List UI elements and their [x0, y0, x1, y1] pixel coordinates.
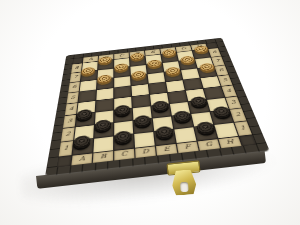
square-d6[interactable]	[131, 74, 148, 85]
dark-piece-d2[interactable]	[134, 115, 151, 128]
file-label-d-bottom: D	[135, 146, 156, 158]
file-label-f-bottom: F	[177, 142, 199, 154]
square-e5[interactable]	[149, 82, 167, 94]
square-c1[interactable]	[114, 134, 134, 150]
square-d2[interactable]	[134, 119, 154, 134]
square-e1[interactable]	[154, 130, 175, 146]
dark-piece-e3[interactable]	[152, 100, 169, 112]
clasp-hole	[180, 182, 189, 193]
square-c6[interactable]	[114, 76, 130, 87]
square-f6[interactable]	[164, 70, 182, 81]
dark-piece-c3[interactable]	[114, 104, 130, 116]
light-piece-b6[interactable]	[97, 74, 112, 84]
corner-cell	[239, 135, 255, 146]
rank-label-3-left: 3	[63, 115, 76, 128]
file-label-c-bottom: C	[114, 149, 134, 161]
rank-label-1-left: 1	[59, 141, 73, 156]
square-h2[interactable]	[211, 110, 233, 124]
square-d1[interactable]	[134, 132, 154, 148]
rank-label-6-right: 6	[215, 65, 229, 75]
square-h6[interactable]	[198, 67, 217, 78]
rank-label-5-left: 5	[67, 92, 79, 104]
square-b1[interactable]	[93, 136, 113, 152]
light-piece-d6[interactable]	[131, 70, 146, 80]
board-grid: ABCDEFGH8877665544332211ABCDEFGH	[57, 43, 256, 167]
light-piece-e7[interactable]	[147, 59, 162, 68]
dark-piece-b2[interactable]	[94, 119, 111, 132]
square-f5[interactable]	[166, 80, 185, 92]
rank-label-4-right: 4	[222, 85, 237, 97]
square-a1[interactable]	[73, 139, 93, 155]
light-piece-g7[interactable]	[180, 55, 196, 64]
corner-cell	[57, 156, 71, 167]
dark-piece-f2[interactable]	[173, 110, 192, 123]
square-f4[interactable]	[168, 91, 187, 104]
square-b4[interactable]	[96, 99, 114, 112]
light-piece-h6[interactable]	[199, 63, 216, 73]
light-piece-h8[interactable]	[193, 45, 209, 54]
square-g1[interactable]	[194, 125, 217, 141]
file-label-a-bottom: A	[71, 153, 92, 165]
file-label-e-bottom: E	[156, 144, 177, 156]
light-piece-d8[interactable]	[130, 52, 144, 61]
square-h5[interactable]	[201, 76, 221, 88]
square-b2[interactable]	[94, 123, 113, 138]
square-c7[interactable]	[114, 67, 130, 78]
rank-label-2-right: 2	[230, 108, 247, 122]
square-e6[interactable]	[148, 72, 165, 83]
square-f2[interactable]	[172, 114, 193, 129]
photo-canvas: ABCDEFGH8877665544332211ABCDEFGH	[0, 0, 300, 225]
square-a5[interactable]	[78, 90, 95, 102]
light-piece-c7[interactable]	[114, 63, 128, 72]
square-g6[interactable]	[181, 69, 199, 80]
dark-piece-h2[interactable]	[212, 106, 232, 119]
dark-piece-e1[interactable]	[155, 126, 174, 140]
dark-piece-c1[interactable]	[114, 130, 132, 144]
square-d5[interactable]	[132, 84, 149, 96]
light-piece-f8[interactable]	[162, 49, 177, 58]
light-piece-f6[interactable]	[165, 66, 181, 76]
file-label-b-bottom: B	[93, 151, 113, 163]
dark-piece-a3[interactable]	[76, 109, 93, 121]
rank-label-2-left: 2	[61, 127, 75, 141]
rank-label-5-right: 5	[218, 75, 232, 86]
square-f1[interactable]	[174, 127, 196, 143]
dark-piece-g3[interactable]	[189, 96, 208, 108]
file-label-h-bottom: H	[219, 137, 242, 148]
file-label-g-bottom: G	[198, 139, 220, 151]
square-a6[interactable]	[80, 80, 97, 91]
square-g7[interactable]	[179, 59, 197, 69]
light-piece-a7[interactable]	[81, 67, 96, 76]
light-piece-b8[interactable]	[98, 56, 112, 65]
rank-label-3-right: 3	[226, 96, 242, 109]
dark-piece-g1[interactable]	[196, 121, 216, 135]
